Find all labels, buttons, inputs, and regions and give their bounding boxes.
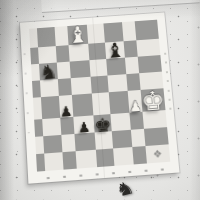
square-f7[interactable]: ♝ bbox=[105, 41, 125, 60]
square-c2[interactable] bbox=[61, 134, 75, 152]
square-f4[interactable] bbox=[109, 91, 130, 114]
board-logo-icon: ❖ bbox=[153, 148, 163, 159]
square-h2[interactable] bbox=[144, 127, 169, 146]
square-e5[interactable] bbox=[91, 76, 109, 94]
square-d6[interactable] bbox=[69, 61, 91, 79]
chessboard-photo: ♝♝♞♟♟♚♟♚❖ ♞ bbox=[0, 0, 200, 200]
square-f2[interactable] bbox=[112, 130, 132, 149]
rank-label-marks bbox=[24, 53, 30, 133]
square-c6[interactable] bbox=[57, 62, 71, 79]
square-d1[interactable] bbox=[75, 150, 97, 169]
square-h1[interactable]: ❖ bbox=[145, 144, 170, 163]
square-e1[interactable] bbox=[96, 149, 115, 168]
square-d4[interactable] bbox=[72, 94, 94, 117]
square-b3[interactable] bbox=[42, 118, 61, 136]
square-c5[interactable] bbox=[58, 79, 72, 97]
piece-black-knight-b6[interactable]: ♞ bbox=[39, 64, 58, 82]
square-c7[interactable] bbox=[56, 45, 70, 63]
off-board-piece[interactable]: ♞ bbox=[114, 178, 136, 200]
square-b1[interactable] bbox=[44, 152, 63, 171]
square-h8[interactable] bbox=[134, 20, 158, 40]
piece-white-bishop-d8[interactable]: ♝ bbox=[67, 26, 89, 46]
piece-black-king-e3[interactable]: ♚ bbox=[94, 116, 112, 134]
piece-black-bishop-f7[interactable]: ♝ bbox=[105, 42, 125, 61]
square-e6[interactable] bbox=[90, 59, 108, 77]
piece-white-pawn-g4[interactable]: ♟ bbox=[129, 101, 143, 114]
board-squares[interactable]: ♝♝♞♟♟♚♟♚❖ bbox=[29, 20, 170, 172]
board-top-edge bbox=[41, 0, 199, 13]
square-f5[interactable] bbox=[108, 75, 128, 93]
file-label-marks bbox=[46, 168, 164, 179]
piece-white-king-h4[interactable]: ♚ bbox=[140, 89, 165, 113]
square-h4[interactable]: ♚ bbox=[140, 89, 165, 113]
square-h6[interactable] bbox=[137, 55, 161, 73]
square-e8[interactable] bbox=[87, 23, 105, 43]
square-e7[interactable] bbox=[88, 42, 106, 60]
square-e4[interactable] bbox=[92, 92, 111, 115]
piece-black-pawn-c4[interactable]: ♟ bbox=[60, 106, 73, 119]
square-b8[interactable] bbox=[37, 27, 56, 47]
square-d5[interactable] bbox=[70, 77, 92, 95]
square-b2[interactable] bbox=[43, 135, 62, 154]
square-f3[interactable] bbox=[111, 113, 131, 131]
square-d8[interactable]: ♝ bbox=[67, 25, 89, 45]
brand-text-marks bbox=[164, 53, 172, 110]
square-d3[interactable]: ♟ bbox=[73, 116, 95, 135]
square-c1[interactable] bbox=[62, 151, 76, 169]
square-b6[interactable]: ♞ bbox=[39, 63, 58, 81]
chess-board[interactable]: ♝♝♞♟♟♚♟♚❖ bbox=[20, 12, 180, 183]
square-b4[interactable] bbox=[41, 96, 60, 119]
square-h7[interactable] bbox=[136, 38, 160, 57]
square-e3[interactable]: ♚ bbox=[94, 114, 112, 132]
piece-black-pawn-d3[interactable]: ♟ bbox=[77, 122, 90, 135]
square-f1[interactable] bbox=[113, 147, 133, 166]
